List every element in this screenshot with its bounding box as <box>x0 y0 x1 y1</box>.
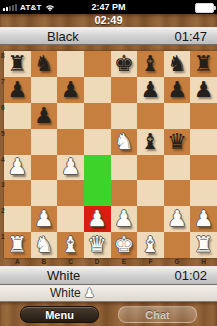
black-pawn: ♟ <box>61 79 81 101</box>
white-knight: ♞ <box>34 234 54 256</box>
black-bishop: ♝ <box>141 53 161 75</box>
rank-label-8: 8 <box>1 52 5 59</box>
square-e5[interactable]: ♞ <box>111 129 138 155</box>
black-player-label: Black <box>47 28 79 45</box>
square-a3[interactable] <box>4 180 31 206</box>
status-bar: AT&T 2:47 PM <box>0 0 217 14</box>
square-h1[interactable]: ♜ <box>190 232 217 258</box>
white-pawn: ♟ <box>87 208 107 230</box>
white-bishop: ♝ <box>141 234 161 256</box>
black-king: ♚ <box>114 53 134 75</box>
square-b1[interactable]: ♞ <box>31 232 58 258</box>
square-g1[interactable] <box>164 232 191 258</box>
square-g3[interactable] <box>164 180 191 206</box>
square-b4[interactable] <box>31 155 58 181</box>
board-squares: ♜♞♚♝♞♜♟♟♟♟♟♟♞♝♛♟♟♟♟♟♟♟♜♞♝♛♚♝♜ <box>4 51 217 258</box>
square-c5[interactable] <box>57 129 84 155</box>
square-d3[interactable] <box>84 180 111 206</box>
file-label-d: D <box>84 258 111 266</box>
square-b6[interactable]: ♟ <box>31 103 58 129</box>
square-h6[interactable] <box>190 103 217 129</box>
bottom-toolbar: Menu Chat <box>0 302 217 326</box>
black-pawn: ♟ <box>7 79 27 101</box>
square-d6[interactable] <box>84 103 111 129</box>
captured-white-pawn-icon: ♟ <box>84 286 95 301</box>
square-g6[interactable] <box>164 103 191 129</box>
square-e6[interactable] <box>111 103 138 129</box>
square-a4[interactable]: ♟ <box>4 155 31 181</box>
white-pawn: ♟ <box>61 156 81 178</box>
square-f3[interactable] <box>137 180 164 206</box>
white-pawn: ♟ <box>167 208 187 230</box>
square-a1[interactable]: ♜ <box>4 232 31 258</box>
black-rook: ♜ <box>7 53 27 75</box>
black-player-bar: Black 01:47 <box>0 27 217 45</box>
rank-label-2: 2 <box>1 207 5 214</box>
move-timer-strip: 02:49 <box>0 14 217 27</box>
move-timer: 02:49 <box>0 14 217 27</box>
square-e8[interactable]: ♚ <box>111 51 138 77</box>
square-g2[interactable]: ♟ <box>164 206 191 232</box>
file-labels: ABCDEFGH <box>4 258 217 266</box>
square-d7[interactable] <box>84 77 111 103</box>
square-b8[interactable]: ♞ <box>31 51 58 77</box>
file-label-e: E <box>111 258 138 266</box>
square-d5[interactable] <box>84 129 111 155</box>
file-label-h: H <box>190 258 217 266</box>
square-c2[interactable] <box>57 206 84 232</box>
rank-label-3: 3 <box>1 181 5 188</box>
square-g8[interactable]: ♞ <box>164 51 191 77</box>
square-b3[interactable] <box>31 180 58 206</box>
black-knight: ♞ <box>167 53 187 75</box>
square-d8[interactable] <box>84 51 111 77</box>
chat-button[interactable]: Chat <box>118 306 197 323</box>
file-label-c: C <box>57 258 84 266</box>
square-f2[interactable] <box>137 206 164 232</box>
capture-bar: White ♟ <box>0 285 217 302</box>
file-label-b: B <box>31 258 58 266</box>
square-a8[interactable]: ♜ <box>4 51 31 77</box>
square-h3[interactable] <box>190 180 217 206</box>
white-knight: ♞ <box>114 131 134 153</box>
square-e1[interactable]: ♚ <box>111 232 138 258</box>
square-f5[interactable]: ♝ <box>137 129 164 155</box>
clock-time: 2:47 PM <box>0 2 217 12</box>
square-e4[interactable] <box>111 155 138 181</box>
white-bishop: ♝ <box>61 234 81 256</box>
square-c7[interactable]: ♟ <box>57 77 84 103</box>
menu-button[interactable]: Menu <box>20 306 99 323</box>
square-h8[interactable]: ♜ <box>190 51 217 77</box>
white-player-bar: White 01:02 <box>0 266 217 285</box>
square-b7[interactable] <box>31 77 58 103</box>
square-c1[interactable]: ♝ <box>57 232 84 258</box>
capture-bar-label: White <box>50 285 81 301</box>
square-f6[interactable] <box>137 103 164 129</box>
rank-label-7: 7 <box>1 78 5 85</box>
square-c6[interactable] <box>57 103 84 129</box>
square-d2[interactable]: ♟ <box>84 206 111 232</box>
file-label-g: G <box>164 258 191 266</box>
black-pawn: ♟ <box>141 79 161 101</box>
square-c8[interactable] <box>57 51 84 77</box>
black-pawn: ♟ <box>194 79 214 101</box>
white-pawn: ♟ <box>7 156 27 178</box>
square-e7[interactable] <box>111 77 138 103</box>
black-queen: ♛ <box>167 131 187 153</box>
square-a6[interactable] <box>4 103 31 129</box>
white-player-label: White <box>47 267 80 285</box>
square-d1[interactable]: ♛ <box>84 232 111 258</box>
rank-label-6: 6 <box>1 104 5 111</box>
square-g4[interactable] <box>164 155 191 181</box>
square-e2[interactable]: ♟ <box>111 206 138 232</box>
rank-label-4: 4 <box>1 156 5 163</box>
square-b2[interactable]: ♟ <box>31 206 58 232</box>
white-pawn: ♟ <box>34 208 54 230</box>
battery-icon <box>195 3 214 13</box>
rank-label-5: 5 <box>1 130 5 137</box>
square-g5[interactable]: ♛ <box>164 129 191 155</box>
square-d4[interactable] <box>84 155 111 181</box>
white-player-clock: 01:02 <box>174 267 207 285</box>
square-c4[interactable]: ♟ <box>57 155 84 181</box>
black-rook: ♜ <box>194 53 214 75</box>
app-screen: AT&T 2:47 PM 02:49 Black 01:47 ♜♞♚♝♞♜♟♟♟… <box>0 0 217 326</box>
square-h2[interactable]: ♟ <box>190 206 217 232</box>
square-a7[interactable]: ♟ <box>4 77 31 103</box>
chess-board: ♜♞♚♝♞♜♟♟♟♟♟♟♞♝♛♟♟♟♟♟♟♟♜♞♝♛♚♝♜ 87654321 A… <box>0 45 217 266</box>
white-pawn: ♟ <box>194 208 214 230</box>
square-f4[interactable] <box>137 155 164 181</box>
square-a5[interactable] <box>4 129 31 155</box>
square-h4[interactable] <box>190 155 217 181</box>
square-e3[interactable] <box>111 180 138 206</box>
black-bishop: ♝ <box>141 131 161 153</box>
black-player-clock: 01:47 <box>174 28 207 45</box>
file-label-a: A <box>4 258 31 266</box>
white-queen: ♛ <box>87 234 107 256</box>
white-pawn: ♟ <box>114 208 134 230</box>
square-f1[interactable]: ♝ <box>137 232 164 258</box>
square-c3[interactable] <box>57 180 84 206</box>
black-pawn: ♟ <box>34 105 54 127</box>
white-rook: ♜ <box>7 234 27 256</box>
square-g7[interactable]: ♟ <box>164 77 191 103</box>
black-knight: ♞ <box>34 53 54 75</box>
square-f8[interactable]: ♝ <box>137 51 164 77</box>
square-h7[interactable]: ♟ <box>190 77 217 103</box>
square-h5[interactable] <box>190 129 217 155</box>
black-pawn: ♟ <box>167 79 187 101</box>
file-label-f: F <box>137 258 164 266</box>
square-f7[interactable]: ♟ <box>137 77 164 103</box>
square-a2[interactable] <box>4 206 31 232</box>
rank-label-1: 1 <box>1 233 5 240</box>
square-b5[interactable] <box>31 129 58 155</box>
white-king: ♚ <box>114 234 134 256</box>
white-rook: ♜ <box>194 234 214 256</box>
